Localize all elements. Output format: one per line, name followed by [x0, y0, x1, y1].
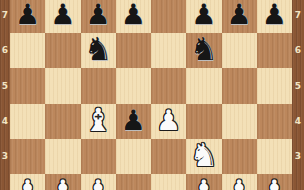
- square-b7[interactable]: ♟: [45, 0, 80, 33]
- square-d3[interactable]: [116, 139, 151, 174]
- square-g2[interactable]: ♟: [222, 174, 257, 190]
- square-f7[interactable]: ♟: [186, 0, 221, 33]
- rank-label-right-6: 6: [292, 44, 304, 57]
- square-a6[interactable]: [10, 33, 45, 68]
- square-b2[interactable]: ♟: [45, 174, 80, 190]
- square-g6[interactable]: [222, 33, 257, 68]
- square-e5[interactable]: [151, 68, 186, 103]
- square-f5[interactable]: [186, 68, 221, 103]
- piece-black-pawn[interactable]: ♟: [121, 0, 146, 32]
- rank-label-left-6: 6: [0, 44, 10, 57]
- piece-white-knight[interactable]: ♞: [190, 138, 219, 173]
- rank-labels-left: 76543: [0, 0, 10, 190]
- piece-black-pawn[interactable]: ♟: [121, 103, 146, 138]
- piece-white-pawn[interactable]: ♟: [15, 173, 40, 190]
- square-g3[interactable]: [222, 139, 257, 174]
- square-e6[interactable]: [151, 33, 186, 68]
- piece-white-pawn[interactable]: ♟: [191, 173, 216, 190]
- square-f4[interactable]: [186, 104, 221, 139]
- square-d7[interactable]: ♟: [116, 0, 151, 33]
- square-a7[interactable]: ♟: [10, 0, 45, 33]
- square-f2[interactable]: ♟: [186, 174, 221, 190]
- piece-black-knight[interactable]: ♞: [190, 32, 219, 67]
- square-c4[interactable]: ♝: [81, 104, 116, 139]
- square-f6[interactable]: ♞: [186, 33, 221, 68]
- square-e7[interactable]: [151, 0, 186, 33]
- rank-label-left-7: 7: [0, 9, 10, 22]
- square-g7[interactable]: ♟: [222, 0, 257, 33]
- square-e4[interactable]: ♟: [151, 104, 186, 139]
- piece-black-pawn[interactable]: ♟: [191, 0, 216, 32]
- piece-white-bishop[interactable]: ♝: [84, 103, 113, 138]
- square-h7[interactable]: ♟: [257, 0, 292, 33]
- square-c6[interactable]: ♞: [81, 33, 116, 68]
- square-d4[interactable]: ♟: [116, 104, 151, 139]
- square-c3[interactable]: [81, 139, 116, 174]
- square-g5[interactable]: [222, 68, 257, 103]
- rank-label-right-7: 7: [292, 9, 304, 22]
- square-b6[interactable]: [45, 33, 80, 68]
- square-d5[interactable]: [116, 68, 151, 103]
- square-h6[interactable]: [257, 33, 292, 68]
- square-h5[interactable]: [257, 68, 292, 103]
- piece-white-pawn[interactable]: ♟: [262, 173, 287, 190]
- piece-white-pawn[interactable]: ♟: [86, 173, 111, 190]
- square-a3[interactable]: [10, 139, 45, 174]
- piece-black-pawn[interactable]: ♟: [50, 0, 75, 32]
- piece-black-pawn[interactable]: ♟: [86, 0, 111, 32]
- piece-black-pawn[interactable]: ♟: [262, 0, 287, 32]
- square-c2[interactable]: ♟: [81, 174, 116, 190]
- board-grid: ♟♟♟♟♟♟♟♞♞♝♟♟♞♟♟♟♟♟♟: [10, 0, 292, 190]
- square-c7[interactable]: ♟: [81, 0, 116, 33]
- square-a2[interactable]: ♟: [10, 174, 45, 190]
- rank-label-right-5: 5: [292, 80, 304, 93]
- piece-black-knight[interactable]: ♞: [84, 32, 113, 67]
- rank-labels-right: 76543: [292, 0, 304, 190]
- square-b4[interactable]: [45, 104, 80, 139]
- chess-board: ♟♟♟♟♟♟♟♞♞♝♟♟♞♟♟♟♟♟♟ 76543 76543: [0, 0, 304, 190]
- square-f3[interactable]: ♞: [186, 139, 221, 174]
- rank-label-right-3: 3: [292, 150, 304, 163]
- piece-black-pawn[interactable]: ♟: [227, 0, 252, 32]
- square-c5[interactable]: [81, 68, 116, 103]
- piece-white-pawn[interactable]: ♟: [50, 173, 75, 190]
- piece-black-pawn[interactable]: ♟: [15, 0, 40, 32]
- square-h3[interactable]: [257, 139, 292, 174]
- square-e3[interactable]: [151, 139, 186, 174]
- square-e2[interactable]: [151, 174, 186, 190]
- square-b3[interactable]: [45, 139, 80, 174]
- square-a5[interactable]: [10, 68, 45, 103]
- piece-white-pawn[interactable]: ♟: [156, 103, 181, 138]
- rank-label-left-3: 3: [0, 150, 10, 163]
- square-d6[interactable]: [116, 33, 151, 68]
- rank-label-left-5: 5: [0, 80, 10, 93]
- piece-white-pawn[interactable]: ♟: [227, 173, 252, 190]
- rank-label-right-4: 4: [292, 115, 304, 128]
- square-b5[interactable]: [45, 68, 80, 103]
- square-d2[interactable]: [116, 174, 151, 190]
- square-g4[interactable]: [222, 104, 257, 139]
- square-h2[interactable]: ♟: [257, 174, 292, 190]
- square-a4[interactable]: [10, 104, 45, 139]
- rank-label-left-4: 4: [0, 115, 10, 128]
- square-h4[interactable]: [257, 104, 292, 139]
